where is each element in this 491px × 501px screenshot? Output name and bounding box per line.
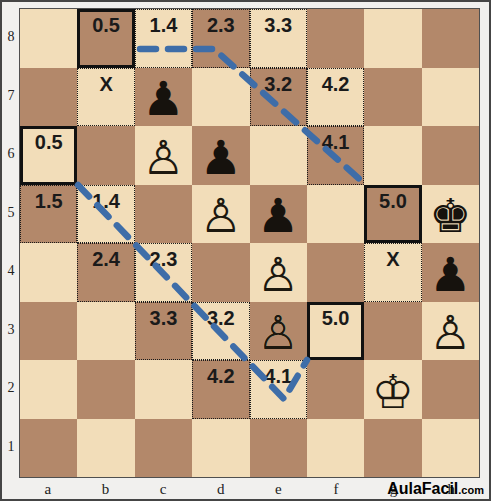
square-c6[interactable]: ♙ [135, 126, 192, 185]
square-b2[interactable] [77, 360, 134, 419]
square-h2[interactable] [422, 360, 479, 419]
square-c2[interactable] [135, 360, 192, 419]
piece-black-pawn[interactable]: ♟ [142, 75, 184, 122]
square-f2[interactable] [307, 360, 364, 419]
annotation-f7: 4.2 [307, 73, 364, 95]
annotation-c3: 3.3 [135, 307, 192, 329]
square-d5[interactable]: ♙ [192, 185, 249, 244]
square-h5[interactable]: ♚ [422, 185, 479, 244]
annotation-d2: 4.2 [192, 365, 249, 387]
watermark-tld: .com [458, 484, 484, 496]
annotation-c8: 1.4 [135, 14, 192, 36]
annotation-b7: X [77, 73, 134, 95]
annotation-e2: 4.1 [250, 365, 307, 387]
square-g7[interactable] [364, 68, 421, 127]
square-f8[interactable] [307, 9, 364, 68]
chess-board-frame: 0.51.42.33.3X♟3.24.20.5♙♟4.11.51.4♙♟5.0♚… [19, 8, 480, 478]
square-f6[interactable]: 4.1 [307, 126, 364, 185]
square-e4[interactable]: ♙ [250, 243, 307, 302]
piece-white-pawn[interactable]: ♙ [200, 192, 242, 239]
piece-black-king[interactable]: ♚ [429, 192, 471, 239]
annotation-f6: 4.1 [307, 131, 364, 153]
annotation-e8: 3.3 [250, 14, 307, 36]
square-g2[interactable]: ♔ [364, 360, 421, 419]
rank-label-6: 6 [4, 125, 18, 184]
rank-label-1: 1 [4, 418, 18, 477]
annotation-a6: 0.5 [20, 131, 77, 153]
square-c7[interactable]: ♟ [135, 68, 192, 127]
square-c3[interactable]: 3.3 [135, 302, 192, 361]
square-e6[interactable] [250, 126, 307, 185]
square-a1[interactable] [20, 419, 77, 478]
piece-white-pawn[interactable]: ♙ [142, 134, 184, 181]
square-g6[interactable] [364, 126, 421, 185]
file-label-b: b [77, 479, 135, 500]
square-f1[interactable] [307, 419, 364, 478]
annotation-b4: 2.4 [77, 248, 134, 270]
annotation-d3: 3.2 [192, 307, 249, 329]
annotation-f3: 5.0 [307, 307, 364, 329]
square-b1[interactable] [77, 419, 134, 478]
square-b3[interactable] [77, 302, 134, 361]
annotation-e7: 3.2 [250, 73, 307, 95]
square-h3[interactable]: ♙ [422, 302, 479, 361]
square-f5[interactable] [307, 185, 364, 244]
square-d6[interactable]: ♟ [192, 126, 249, 185]
chess-board: 0.51.42.33.3X♟3.24.20.5♙♟4.11.51.4♙♟5.0♚… [20, 9, 479, 477]
file-label-c: c [134, 479, 192, 500]
rank-label-3: 3 [4, 301, 18, 360]
square-f3[interactable]: 5.0 [307, 302, 364, 361]
file-label-d: d [192, 479, 250, 500]
square-d2[interactable]: 4.2 [192, 360, 249, 419]
annotation-c4: 2.3 [135, 248, 192, 270]
square-b7[interactable]: X [77, 68, 134, 127]
square-d3[interactable]: 3.2 [192, 302, 249, 361]
square-g5[interactable]: 5.0 [364, 185, 421, 244]
square-a2[interactable] [20, 360, 77, 419]
square-b8[interactable]: 0.5 [77, 9, 134, 68]
square-h7[interactable] [422, 68, 479, 127]
piece-black-pawn[interactable]: ♟ [257, 192, 299, 239]
rank-label-8: 8 [4, 8, 18, 67]
piece-white-pawn[interactable]: ♙ [257, 251, 299, 298]
square-h1[interactable] [422, 419, 479, 478]
annotation-g5: 5.0 [364, 190, 421, 212]
square-g3[interactable] [364, 302, 421, 361]
square-h6[interactable] [422, 126, 479, 185]
square-a7[interactable] [20, 68, 77, 127]
piece-white-pawn[interactable]: ♙ [429, 309, 471, 356]
watermark-brand: AulaFacil [387, 480, 458, 497]
square-e5[interactable]: ♟ [250, 185, 307, 244]
piece-black-pawn[interactable]: ♟ [200, 134, 242, 181]
square-h4[interactable]: ♟ [422, 243, 479, 302]
square-d4[interactable] [192, 243, 249, 302]
square-f7[interactable]: 4.2 [307, 68, 364, 127]
square-a8[interactable] [20, 9, 77, 68]
square-e1[interactable] [250, 419, 307, 478]
square-b6[interactable] [77, 126, 134, 185]
square-c4[interactable]: 2.3 [135, 243, 192, 302]
rank-labels: 87654321 [4, 8, 18, 476]
square-a6[interactable]: 0.5 [20, 126, 77, 185]
annotation-b5: 1.4 [77, 190, 134, 212]
annotation-g4: X [364, 248, 421, 270]
square-d8[interactable]: 2.3 [192, 9, 249, 68]
square-c1[interactable] [135, 419, 192, 478]
square-g8[interactable] [364, 9, 421, 68]
square-e8[interactable]: 3.3 [250, 9, 307, 68]
square-c8[interactable]: 1.4 [135, 9, 192, 68]
square-g4[interactable]: X [364, 243, 421, 302]
file-label-e: e [250, 479, 308, 500]
piece-black-pawn[interactable]: ♟ [429, 251, 471, 298]
rank-label-2: 2 [4, 359, 18, 418]
chess-position-diagram: 87654321 0.51.42.33.3X♟3.24.20.5♙♟4.11.5… [0, 0, 491, 501]
square-d7[interactable] [192, 68, 249, 127]
square-a4[interactable] [20, 243, 77, 302]
watermark-aulafacil: AulaFacil.com [387, 481, 484, 498]
square-e3[interactable]: ♙ [250, 302, 307, 361]
rank-label-4: 4 [4, 242, 18, 301]
square-a5[interactable]: 1.5 [20, 185, 77, 244]
square-h8[interactable] [422, 9, 479, 68]
file-label-f: f [307, 479, 365, 500]
square-b5[interactable]: 1.4 [77, 185, 134, 244]
annotation-a5: 1.5 [20, 190, 77, 212]
piece-white-king[interactable]: ♔ [372, 368, 414, 415]
square-e2[interactable]: 4.1 [250, 360, 307, 419]
rank-label-5: 5 [4, 184, 18, 243]
square-g1[interactable] [364, 419, 421, 478]
piece-white-pawn[interactable]: ♙ [257, 309, 299, 356]
square-a3[interactable] [20, 302, 77, 361]
annotation-d8: 2.3 [192, 14, 249, 36]
annotation-b8: 0.5 [77, 14, 134, 36]
square-f4[interactable] [307, 243, 364, 302]
square-e7[interactable]: 3.2 [250, 68, 307, 127]
file-label-a: a [19, 479, 77, 500]
square-d1[interactable] [192, 419, 249, 478]
rank-label-7: 7 [4, 67, 18, 126]
square-b4[interactable]: 2.4 [77, 243, 134, 302]
square-c5[interactable] [135, 185, 192, 244]
